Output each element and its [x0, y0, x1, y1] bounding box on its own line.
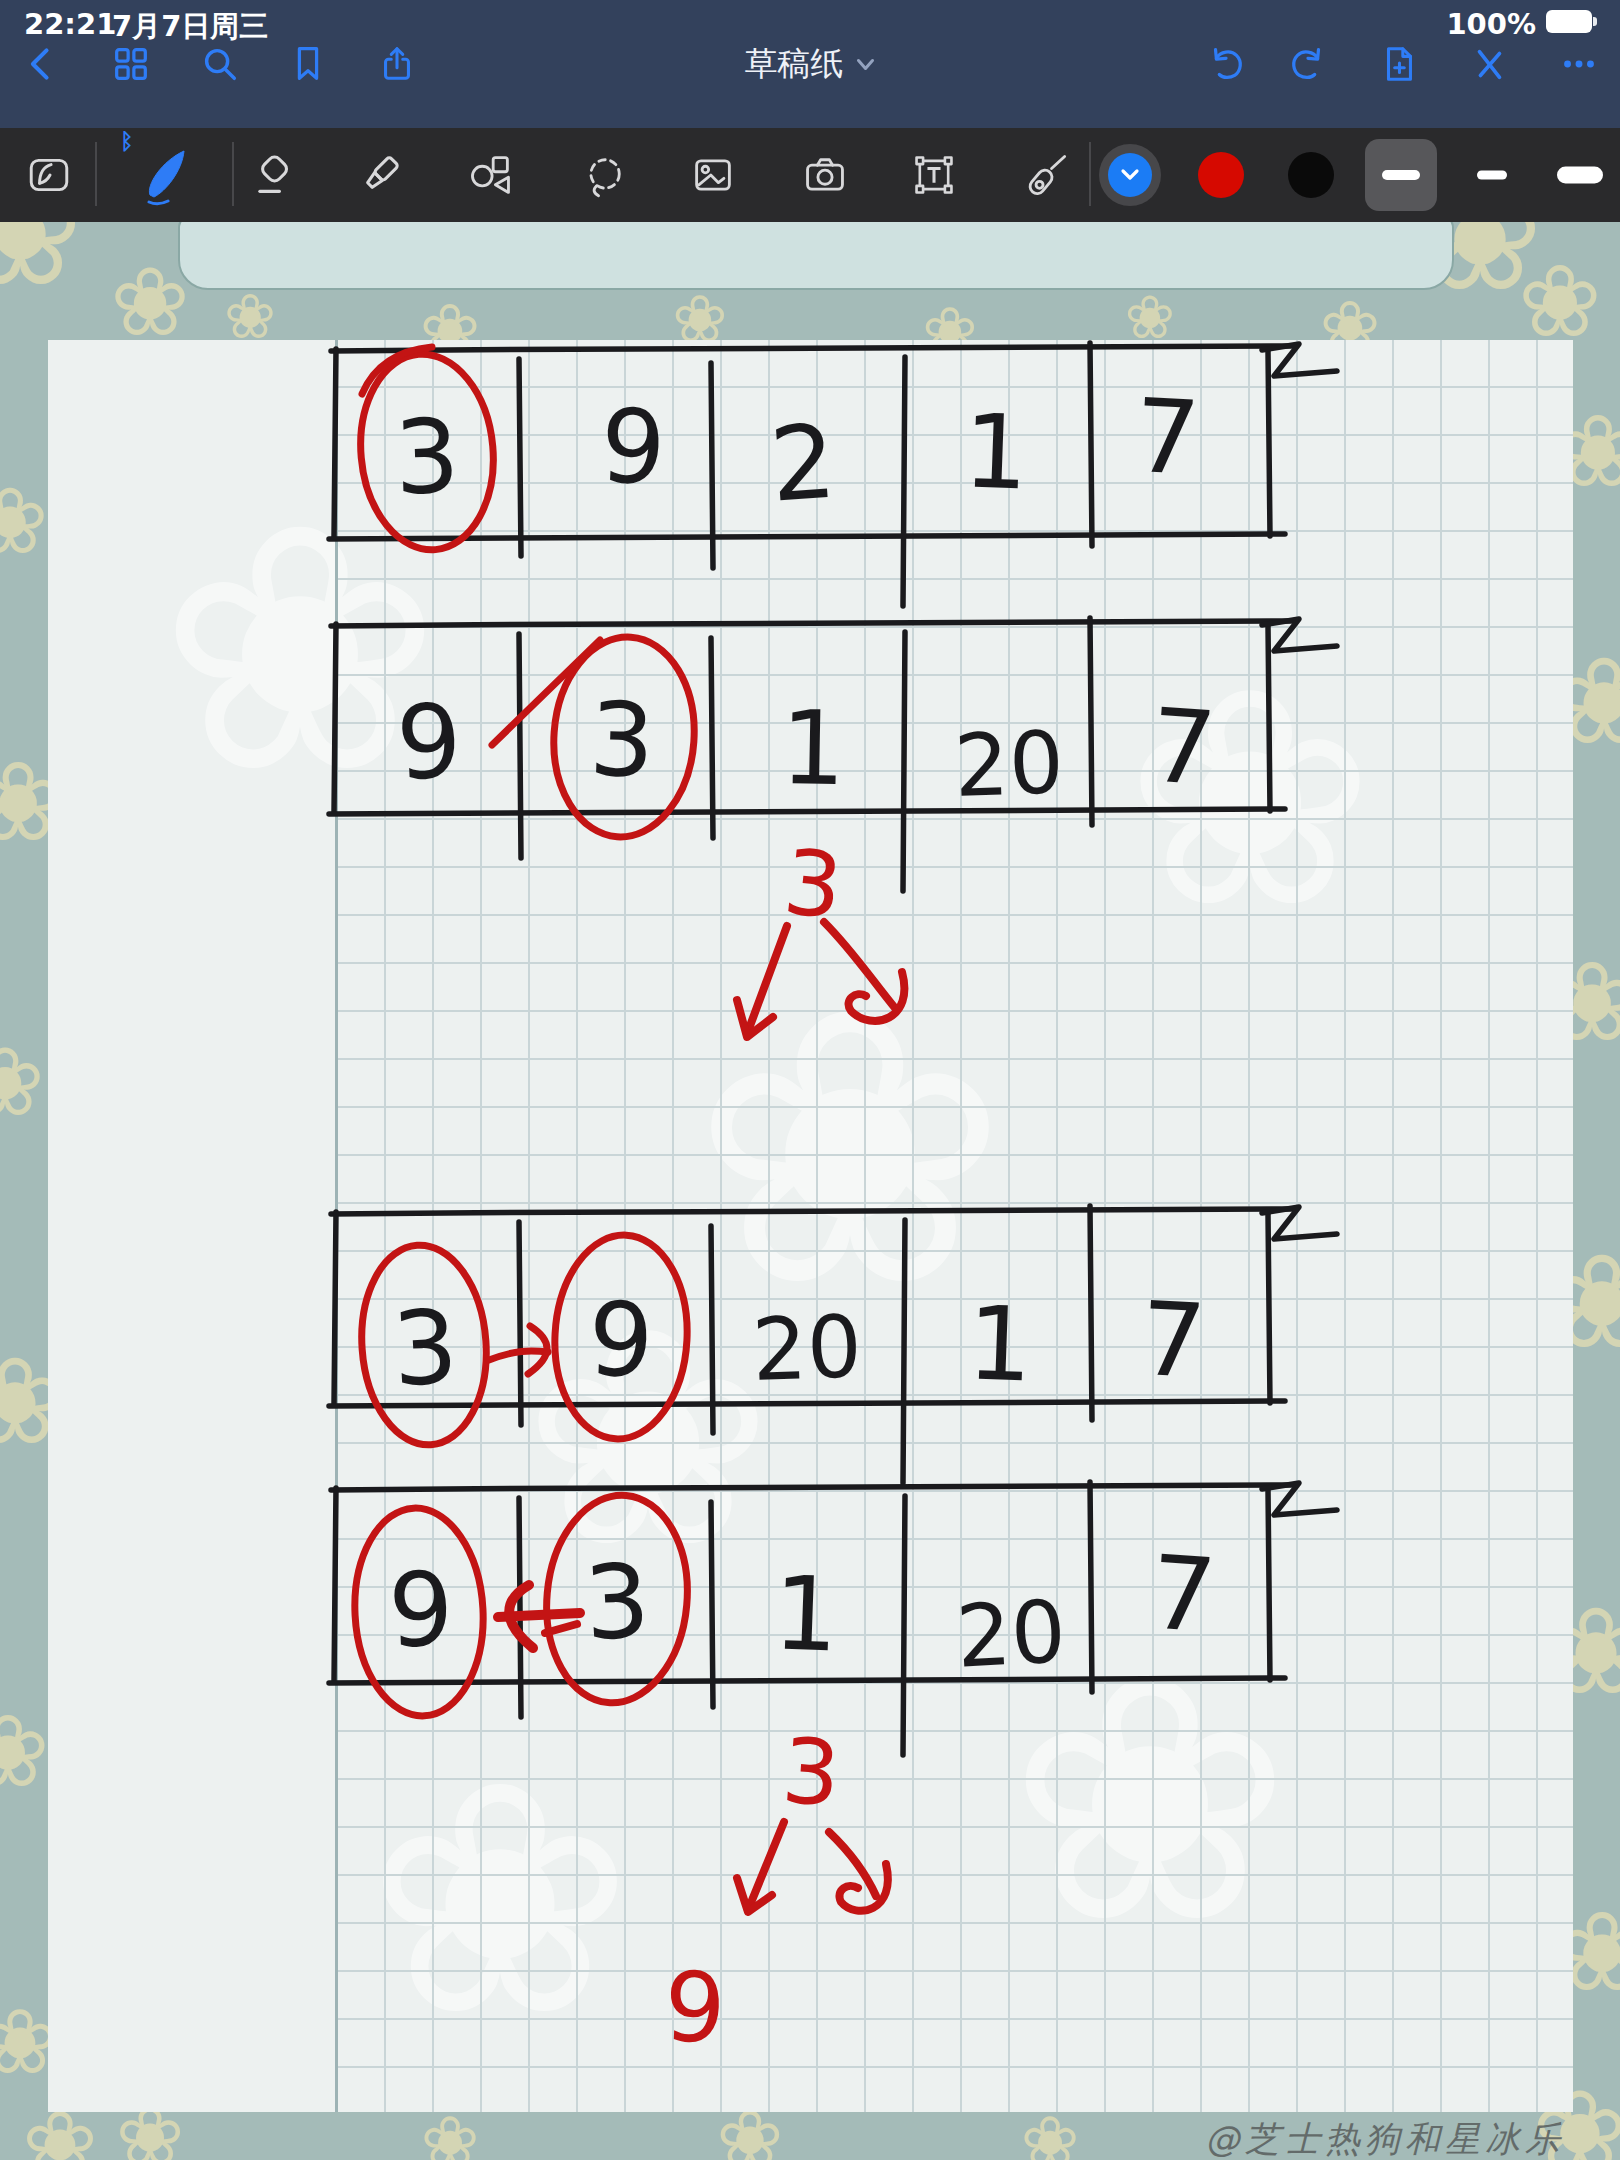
lasso-icon[interactable]: [580, 151, 628, 199]
flower-ornament: ❀: [1518, 252, 1602, 352]
goodnotes-canvas-screen: { "status_bar": { "time": "22:21", "date…: [0, 0, 1620, 2160]
text-box-icon[interactable]: [910, 151, 958, 199]
more-icon[interactable]: [1558, 43, 1600, 85]
shapes-icon[interactable]: [467, 151, 515, 199]
author-watermark: @芝士热狗和星冰乐: [1205, 2116, 1565, 2160]
bluetooth-glyph: ᛒ: [120, 129, 133, 154]
clock-date: 7月7日周三: [112, 7, 268, 47]
bluetooth-pen-icon[interactable]: ᛒ: [136, 143, 196, 207]
laser-pointer-icon[interactable]: [1021, 151, 1069, 199]
add-page-icon[interactable]: [1378, 43, 1420, 85]
previous-page-bottom-edge: [178, 214, 1454, 290]
toolbar-divider: [232, 142, 234, 206]
close-tools-icon[interactable]: [1468, 43, 1510, 85]
flower-ornament: ❀: [0, 1035, 45, 1130]
undo-icon[interactable]: [1205, 43, 1247, 85]
clock-time: 22:21: [24, 7, 116, 41]
flower-ornament: ❀: [0, 476, 49, 568]
flower-ornament: ❀: [1021, 2107, 1080, 2160]
search-icon[interactable]: [199, 43, 241, 85]
stroke-width-sample: [1382, 170, 1420, 180]
thickness-option-2[interactable]: [1477, 171, 1507, 180]
color-swatch-blue[interactable]: [1099, 144, 1161, 206]
insert-image-icon[interactable]: [689, 151, 737, 199]
share-icon[interactable]: [376, 43, 418, 85]
flower-ornament: ❀: [110, 255, 190, 350]
thickness-option-1-selected[interactable]: [1365, 139, 1437, 211]
status-bar: 22:21 7月7日周三 100%: [0, 0, 1620, 40]
flower-ornament: ❀: [421, 2107, 480, 2160]
stroke-width-sample: [1477, 171, 1507, 180]
chevron-down-icon: [856, 57, 876, 71]
flower-ornament: ❀: [0, 1702, 50, 1802]
eraser-icon[interactable]: [250, 151, 298, 199]
toolbar-divider: [95, 142, 97, 206]
bookmark-icon[interactable]: [287, 43, 329, 85]
color-swatch-red[interactable]: [1198, 152, 1244, 198]
page-thumbnails-icon[interactable]: [110, 43, 152, 85]
back-icon[interactable]: [22, 44, 62, 84]
navigation-bar: 22:21 7月7日周三 100% 草稿纸: [0, 0, 1620, 128]
document-title: 草稿纸: [745, 42, 844, 87]
color-swatch-black[interactable]: [1288, 152, 1334, 198]
redo-icon[interactable]: [1287, 43, 1329, 85]
document-title-button[interactable]: 草稿纸: [745, 42, 876, 87]
battery-icon-tip: [1593, 17, 1597, 26]
toolbar-divider: [1089, 142, 1091, 206]
grid-ruling: [335, 340, 1573, 2112]
flower-ornament: ❀: [224, 286, 276, 348]
stroke-width-sample: [1557, 167, 1603, 184]
flower-ornament: ❀: [1125, 287, 1175, 347]
camera-icon[interactable]: [801, 151, 849, 199]
battery-percent: 100%: [1446, 7, 1536, 41]
highlighter-icon[interactable]: [356, 151, 404, 199]
notebook-paper[interactable]: ❀❀❀❀❀❀: [48, 340, 1573, 2112]
battery-icon: [1546, 10, 1592, 33]
chevron-down-icon: [1119, 168, 1141, 182]
thickness-option-3[interactable]: [1557, 167, 1603, 184]
flower-ornament: ❀: [0, 222, 83, 307]
tools-bar: ᛒ: [0, 128, 1620, 222]
presenter-page-icon[interactable]: [26, 152, 72, 198]
